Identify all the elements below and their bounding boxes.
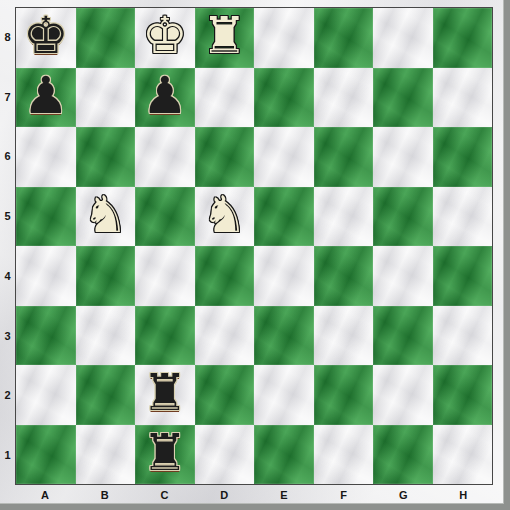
square-h1[interactable] <box>433 425 493 485</box>
rank-label-1: 1 <box>0 425 15 485</box>
rank-label-7: 7 <box>0 67 15 127</box>
square-e3[interactable] <box>254 306 314 366</box>
square-c4[interactable] <box>135 246 195 306</box>
square-d3[interactable] <box>195 306 255 366</box>
square-b3[interactable] <box>76 306 136 366</box>
file-label-d: D <box>194 485 254 504</box>
file-label-a: A <box>15 485 75 504</box>
square-d5[interactable]: ♞ <box>195 187 255 247</box>
piece-black-pawn[interactable]: ♟ <box>23 70 69 121</box>
square-d7[interactable] <box>195 68 255 128</box>
square-e6[interactable] <box>254 127 314 187</box>
square-f8[interactable] <box>314 8 374 68</box>
square-e2[interactable] <box>254 365 314 425</box>
piece-black-rook[interactable]: ♜ <box>142 427 188 478</box>
square-e1[interactable] <box>254 425 314 485</box>
square-d6[interactable] <box>195 127 255 187</box>
square-b7[interactable] <box>76 68 136 128</box>
square-d1[interactable] <box>195 425 255 485</box>
square-h5[interactable] <box>433 187 493 247</box>
square-g8[interactable] <box>373 8 433 68</box>
square-g3[interactable] <box>373 306 433 366</box>
square-f7[interactable] <box>314 68 374 128</box>
square-b8[interactable] <box>76 8 136 68</box>
square-c5[interactable] <box>135 187 195 247</box>
piece-white-knight[interactable]: ♞ <box>201 189 247 240</box>
square-c3[interactable] <box>135 306 195 366</box>
file-label-e: E <box>254 485 314 504</box>
rank-label-4: 4 <box>0 246 15 306</box>
square-c6[interactable] <box>135 127 195 187</box>
square-g4[interactable] <box>373 246 433 306</box>
square-h6[interactable] <box>433 127 493 187</box>
chess-diagram-panel: 87654321 ♚♚♜♟♟♞♞♜♜ ABCDEFGH <box>0 0 510 510</box>
file-label-b: B <box>75 485 135 504</box>
square-d2[interactable] <box>195 365 255 425</box>
rank-label-3: 3 <box>0 306 15 366</box>
square-e4[interactable] <box>254 246 314 306</box>
file-label-c: C <box>135 485 195 504</box>
square-h7[interactable] <box>433 68 493 128</box>
square-c7[interactable]: ♟ <box>135 68 195 128</box>
piece-white-rook[interactable]: ♜ <box>201 10 247 61</box>
square-a6[interactable] <box>16 127 76 187</box>
square-a1[interactable] <box>16 425 76 485</box>
file-label-h: H <box>433 485 493 504</box>
square-d4[interactable] <box>195 246 255 306</box>
file-label-f: F <box>314 485 374 504</box>
square-c8[interactable]: ♚ <box>135 8 195 68</box>
rank-label-5: 5 <box>0 186 15 246</box>
square-f3[interactable] <box>314 306 374 366</box>
square-f4[interactable] <box>314 246 374 306</box>
square-a7[interactable]: ♟ <box>16 68 76 128</box>
piece-black-rook[interactable]: ♜ <box>142 367 188 418</box>
square-h4[interactable] <box>433 246 493 306</box>
square-b6[interactable] <box>76 127 136 187</box>
square-g1[interactable] <box>373 425 433 485</box>
square-h3[interactable] <box>433 306 493 366</box>
rank-label-6: 6 <box>0 127 15 187</box>
piece-white-knight[interactable]: ♞ <box>82 189 128 240</box>
square-a3[interactable] <box>16 306 76 366</box>
square-g7[interactable] <box>373 68 433 128</box>
square-g2[interactable] <box>373 365 433 425</box>
square-f6[interactable] <box>314 127 374 187</box>
square-h8[interactable] <box>433 8 493 68</box>
square-f2[interactable] <box>314 365 374 425</box>
square-b1[interactable] <box>76 425 136 485</box>
square-a5[interactable] <box>16 187 76 247</box>
square-b4[interactable] <box>76 246 136 306</box>
square-a8[interactable]: ♚ <box>16 8 76 68</box>
square-d8[interactable]: ♜ <box>195 8 255 68</box>
file-labels: ABCDEFGH <box>15 485 493 504</box>
square-g6[interactable] <box>373 127 433 187</box>
square-b5[interactable]: ♞ <box>76 187 136 247</box>
square-c1[interactable]: ♜ <box>135 425 195 485</box>
square-h2[interactable] <box>433 365 493 425</box>
square-e8[interactable] <box>254 8 314 68</box>
rank-label-8: 8 <box>0 7 15 67</box>
square-f5[interactable] <box>314 187 374 247</box>
piece-black-king[interactable]: ♚ <box>23 10 69 61</box>
square-e5[interactable] <box>254 187 314 247</box>
square-c2[interactable]: ♜ <box>135 365 195 425</box>
square-g5[interactable] <box>373 187 433 247</box>
chess-board: ♚♚♜♟♟♞♞♜♜ <box>15 7 493 485</box>
square-b2[interactable] <box>76 365 136 425</box>
piece-white-king[interactable]: ♚ <box>142 10 188 61</box>
square-f1[interactable] <box>314 425 374 485</box>
square-a4[interactable] <box>16 246 76 306</box>
rank-labels: 87654321 <box>0 7 15 485</box>
piece-black-pawn[interactable]: ♟ <box>142 70 188 121</box>
square-a2[interactable] <box>16 365 76 425</box>
square-e7[interactable] <box>254 68 314 128</box>
file-label-g: G <box>374 485 434 504</box>
rank-label-2: 2 <box>0 366 15 426</box>
